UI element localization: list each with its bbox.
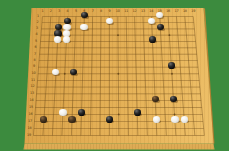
coordinate-label-top: 18 xyxy=(183,10,187,13)
coordinate-label-top: 14 xyxy=(149,10,153,13)
black-stone xyxy=(168,62,175,69)
white-stone xyxy=(171,116,178,123)
coordinate-label-top: 13 xyxy=(141,10,145,13)
coordinate-label-left: 9 xyxy=(33,66,35,69)
coordinate-label-top: 2 xyxy=(50,10,52,13)
coordinate-label-left: 5 xyxy=(35,40,37,43)
black-stone xyxy=(134,109,141,116)
coordinate-label-left: 18 xyxy=(27,127,31,130)
coordinate-label-top: 7 xyxy=(92,10,94,13)
coordinate-label-left: 13 xyxy=(30,92,34,95)
coordinate-label-left: 11 xyxy=(31,79,35,82)
white-stone xyxy=(59,109,66,116)
black-stone xyxy=(81,12,88,19)
coordinate-label-top: 12 xyxy=(133,10,137,13)
coordinate-label-top: 19 xyxy=(191,10,195,13)
coordinate-label-top: 9 xyxy=(108,10,110,13)
coordinate-label-left: 19 xyxy=(27,134,31,137)
coordinate-label-top: 8 xyxy=(100,10,102,13)
coordinate-label-left: 3 xyxy=(36,28,38,31)
black-stone xyxy=(106,116,113,123)
white-stone xyxy=(63,36,70,43)
coordinate-label-left: 12 xyxy=(30,86,34,89)
black-stone xyxy=(152,96,159,103)
coordinate-label-top: 10 xyxy=(116,10,120,13)
coordinate-label-left: 16 xyxy=(28,113,32,116)
coordinate-label-left: 6 xyxy=(34,46,36,49)
coordinate-label-left: 4 xyxy=(35,34,37,37)
coordinate-label-left: 1 xyxy=(37,15,39,18)
coordinate-label-top: 3 xyxy=(58,10,60,13)
coordinate-label-left: 10 xyxy=(31,72,35,75)
white-stone xyxy=(153,116,160,123)
coordinate-label-top: 1 xyxy=(41,10,43,13)
coordinate-label-left: 7 xyxy=(34,53,36,56)
coordinate-label-left: 8 xyxy=(33,59,35,62)
coordinate-label-top: 5 xyxy=(75,10,77,13)
screenshot-canvas: 1234567891011121314151617181912345678910… xyxy=(0,0,229,151)
white-stone xyxy=(181,116,188,123)
coordinate-label-left: 17 xyxy=(28,120,32,123)
black-stone xyxy=(68,116,75,123)
black-stone xyxy=(78,109,85,116)
coordinate-label-top: 11 xyxy=(124,10,128,13)
coordinate-label-left: 2 xyxy=(36,21,38,24)
coordinate-label-left: 14 xyxy=(29,99,33,102)
coordinate-label-left: 15 xyxy=(29,106,33,109)
coordinate-label-top: 16 xyxy=(166,10,170,13)
white-stone xyxy=(80,24,87,31)
coordinate-label-top: 17 xyxy=(175,10,179,13)
coordinate-label-top: 4 xyxy=(67,10,69,13)
